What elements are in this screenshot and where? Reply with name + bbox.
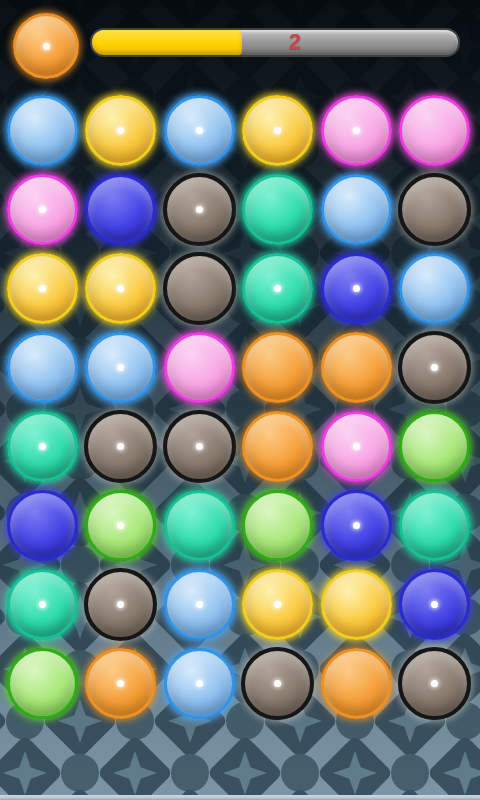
bg-diamond (0, 735, 63, 800)
bg-circle (391, 754, 429, 792)
ball-highlight-dot (431, 680, 438, 687)
game-screen: 2 (0, 0, 480, 800)
ball-r7c4-yellow[interactable] (242, 569, 313, 640)
ball-highlight-dot (274, 680, 281, 687)
ball-highlight-dot (39, 206, 46, 213)
ball-r4c5-orange[interactable] (321, 332, 392, 403)
ball-highlight-dot (117, 443, 124, 450)
ball-highlight-dot (196, 601, 203, 608)
ball-highlight-dot (39, 601, 46, 608)
next-ball-indicator (13, 13, 79, 79)
hud-bar: 2 (0, 0, 480, 92)
ball-highlight-dot (117, 364, 124, 371)
ball-highlight-dot (117, 522, 124, 529)
ball-r5c5-pink[interactable] (321, 411, 392, 482)
ball-r5c1-teal[interactable] (7, 411, 78, 482)
ball-highlight-dot (43, 43, 50, 50)
bg-circle (171, 754, 209, 792)
ball-r5c4-orange[interactable] (242, 411, 313, 482)
ball-r2c2-blue[interactable] (85, 174, 156, 245)
ball-r1c4-yellow[interactable] (242, 95, 313, 166)
ball-highlight-dot (196, 127, 203, 134)
ball-highlight-dot (274, 127, 281, 134)
ball-highlight-dot (39, 443, 46, 450)
ball-highlight-dot (39, 285, 46, 292)
progress-fill (92, 30, 242, 55)
ball-highlight-dot (117, 601, 124, 608)
ball-r6c6-teal[interactable] (399, 490, 470, 561)
ball-r5c6-green[interactable] (399, 411, 470, 482)
ball-r6c5-blue[interactable] (321, 490, 392, 561)
ball-highlight-dot (274, 285, 281, 292)
ball-r2c6-gray[interactable] (398, 173, 471, 246)
ball-r4c3-pink[interactable] (164, 332, 235, 403)
ball-r5c3-gray[interactable] (163, 410, 236, 483)
ball-r6c3-teal[interactable] (164, 490, 235, 561)
ball-highlight-dot (353, 127, 360, 134)
ball-r7c3-lightblue[interactable] (164, 569, 235, 640)
ball-highlight-dot (353, 443, 360, 450)
ball-r7c2-gray[interactable] (84, 568, 157, 641)
ball-highlight-dot (353, 285, 360, 292)
ball-r1c5-pink[interactable] (321, 95, 392, 166)
ball-r1c2-yellow[interactable] (85, 95, 156, 166)
ball-r4c6-gray[interactable] (398, 331, 471, 404)
ball-r2c4-teal[interactable] (242, 174, 313, 245)
ball-highlight-dot (431, 364, 438, 371)
ball-highlight-dot (117, 680, 124, 687)
ball-r8c5-orange[interactable] (321, 648, 392, 719)
ball-r8c4-gray[interactable] (241, 647, 314, 720)
ball-r7c1-teal[interactable] (7, 569, 78, 640)
bg-diamond (427, 735, 480, 800)
ball-r6c1-blue[interactable] (7, 490, 78, 561)
game-board (3, 91, 474, 723)
ball-r3c1-yellow[interactable] (7, 253, 78, 324)
bg-circle (61, 754, 99, 792)
ball-r7c5-yellow[interactable] (321, 569, 392, 640)
ball-r4c4-orange[interactable] (242, 332, 313, 403)
ball-r5c2-gray[interactable] (84, 410, 157, 483)
ball-r6c2-green[interactable] (85, 490, 156, 561)
bg-circle (281, 754, 319, 792)
progress-label: 2 (289, 29, 301, 55)
ball-r3c4-teal[interactable] (242, 253, 313, 324)
ball-r3c6-lightblue[interactable] (399, 253, 470, 324)
ball-r4c2-lightblue[interactable] (85, 332, 156, 403)
progress-bar: 2 (90, 28, 460, 57)
ball-r6c4-green[interactable] (242, 490, 313, 561)
ball-highlight-dot (117, 285, 124, 292)
ball-highlight-dot (196, 680, 203, 687)
ball-r1c1-lightblue[interactable] (7, 95, 78, 166)
ball-r8c6-gray[interactable] (398, 647, 471, 720)
ball-highlight-dot (196, 443, 203, 450)
ball-highlight-dot (196, 206, 203, 213)
ball-r3c5-blue[interactable] (321, 253, 392, 324)
ball-highlight-dot (274, 601, 281, 608)
ball-highlight-dot (117, 127, 124, 134)
bottom-edge-strip (0, 795, 480, 800)
ball-r8c2-orange[interactable] (85, 648, 156, 719)
ball-r8c3-lightblue[interactable] (164, 648, 235, 719)
ball-r3c3-gray[interactable] (163, 252, 236, 325)
ball-r4c1-lightblue[interactable] (7, 332, 78, 403)
ball-highlight-dot (431, 601, 438, 608)
ball-r1c3-lightblue[interactable] (164, 95, 235, 166)
ball-r2c5-lightblue[interactable] (321, 174, 392, 245)
ball-r2c1-pink[interactable] (7, 174, 78, 245)
ball-r2c3-gray[interactable] (163, 173, 236, 246)
ball-r8c1-green[interactable] (7, 648, 78, 719)
ball-r3c2-yellow[interactable] (85, 253, 156, 324)
ball-r7c6-blue[interactable] (399, 569, 470, 640)
ball-r1c6-pink[interactable] (399, 95, 470, 166)
ball-highlight-dot (353, 522, 360, 529)
